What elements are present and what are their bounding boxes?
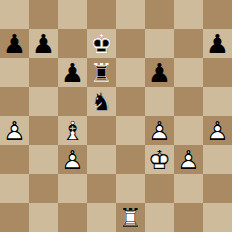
- square-h7[interactable]: ♟: [203, 29, 232, 58]
- square-a5[interactable]: [0, 87, 29, 116]
- square-h4[interactable]: ♟♙: [203, 116, 232, 145]
- square-h1[interactable]: [203, 203, 232, 232]
- black-king-outline: ♔: [87, 29, 116, 58]
- white-pawn-outline: ♙: [203, 116, 232, 145]
- white-pawn-glyph: ♟: [58, 145, 87, 174]
- white-pawn-glyph: ♟: [145, 116, 174, 145]
- black-rook[interactable]: ♜♖: [87, 58, 116, 87]
- black-king-glyph: ♚: [87, 29, 116, 58]
- square-b4[interactable]: [29, 116, 58, 145]
- white-king-outline: ♔: [145, 145, 174, 174]
- square-d7[interactable]: ♚♔: [87, 29, 116, 58]
- square-f7[interactable]: [145, 29, 174, 58]
- square-d8[interactable]: [87, 0, 116, 29]
- square-g8[interactable]: [174, 0, 203, 29]
- black-pawn-glyph: ♟: [58, 58, 87, 87]
- white-bishop[interactable]: ♝♗: [58, 116, 87, 145]
- black-rook-glyph: ♜: [87, 58, 116, 87]
- white-pawn-glyph: ♟: [203, 116, 232, 145]
- square-a8[interactable]: [0, 0, 29, 29]
- square-d6[interactable]: ♜♖: [87, 58, 116, 87]
- square-g3[interactable]: ♟♙: [174, 145, 203, 174]
- white-rook[interactable]: ♜♖: [116, 203, 145, 232]
- white-pawn-glyph: ♟: [174, 145, 203, 174]
- square-g5[interactable]: [174, 87, 203, 116]
- white-pawn-outline: ♙: [58, 145, 87, 174]
- square-b2[interactable]: [29, 174, 58, 203]
- white-king[interactable]: ♚♔: [145, 145, 174, 174]
- square-b5[interactable]: [29, 87, 58, 116]
- square-e4[interactable]: [116, 116, 145, 145]
- white-pawn[interactable]: ♟♙: [203, 116, 232, 145]
- black-pawn[interactable]: ♟: [0, 29, 29, 58]
- square-b3[interactable]: [29, 145, 58, 174]
- square-d4[interactable]: [87, 116, 116, 145]
- white-pawn-glyph: ♟: [0, 116, 29, 145]
- black-pawn-glyph: ♟: [0, 29, 29, 58]
- square-f1[interactable]: [145, 203, 174, 232]
- square-f2[interactable]: [145, 174, 174, 203]
- square-g7[interactable]: [174, 29, 203, 58]
- square-d2[interactable]: [87, 174, 116, 203]
- square-c2[interactable]: [58, 174, 87, 203]
- square-b7[interactable]: ♟: [29, 29, 58, 58]
- square-a4[interactable]: ♟♙: [0, 116, 29, 145]
- square-c5[interactable]: [58, 87, 87, 116]
- square-a2[interactable]: [0, 174, 29, 203]
- square-c6[interactable]: ♟: [58, 58, 87, 87]
- square-b1[interactable]: [29, 203, 58, 232]
- white-pawn-outline: ♙: [145, 116, 174, 145]
- white-bishop-glyph: ♝: [58, 116, 87, 145]
- white-rook-outline: ♖: [116, 203, 145, 232]
- square-d1[interactable]: [87, 203, 116, 232]
- white-king-glyph: ♚: [145, 145, 174, 174]
- square-c3[interactable]: ♟♙: [58, 145, 87, 174]
- square-g2[interactable]: [174, 174, 203, 203]
- square-h8[interactable]: [203, 0, 232, 29]
- white-pawn[interactable]: ♟♙: [58, 145, 87, 174]
- black-pawn[interactable]: ♟: [58, 58, 87, 87]
- square-a7[interactable]: ♟: [0, 29, 29, 58]
- square-a1[interactable]: [0, 203, 29, 232]
- white-pawn-outline: ♙: [0, 116, 29, 145]
- square-c7[interactable]: [58, 29, 87, 58]
- white-pawn[interactable]: ♟♙: [0, 116, 29, 145]
- square-g1[interactable]: [174, 203, 203, 232]
- black-king[interactable]: ♚♔: [87, 29, 116, 58]
- black-knight-glyph: ♞: [87, 87, 116, 116]
- square-e6[interactable]: [116, 58, 145, 87]
- square-f4[interactable]: ♟♙: [145, 116, 174, 145]
- square-f6[interactable]: ♟: [145, 58, 174, 87]
- square-e3[interactable]: [116, 145, 145, 174]
- black-pawn[interactable]: ♟: [203, 29, 232, 58]
- square-c8[interactable]: [58, 0, 87, 29]
- square-b8[interactable]: [29, 0, 58, 29]
- square-h3[interactable]: [203, 145, 232, 174]
- black-knight[interactable]: ♞♘: [87, 87, 116, 116]
- white-pawn-outline: ♙: [174, 145, 203, 174]
- black-pawn[interactable]: ♟: [145, 58, 174, 87]
- square-h6[interactable]: [203, 58, 232, 87]
- square-h5[interactable]: [203, 87, 232, 116]
- square-e8[interactable]: [116, 0, 145, 29]
- square-f8[interactable]: [145, 0, 174, 29]
- square-a3[interactable]: [0, 145, 29, 174]
- square-h2[interactable]: [203, 174, 232, 203]
- square-g6[interactable]: [174, 58, 203, 87]
- square-e5[interactable]: [116, 87, 145, 116]
- white-bishop-outline: ♗: [58, 116, 87, 145]
- square-e2[interactable]: [116, 174, 145, 203]
- square-f3[interactable]: ♚♔: [145, 145, 174, 174]
- square-c1[interactable]: [58, 203, 87, 232]
- square-d3[interactable]: [87, 145, 116, 174]
- black-pawn-glyph: ♟: [145, 58, 174, 87]
- white-pawn[interactable]: ♟♙: [174, 145, 203, 174]
- black-rook-outline: ♖: [87, 58, 116, 87]
- black-knight-outline: ♘: [87, 87, 116, 116]
- black-pawn-glyph: ♟: [29, 29, 58, 58]
- square-c4[interactable]: ♝♗: [58, 116, 87, 145]
- black-pawn-glyph: ♟: [203, 29, 232, 58]
- square-b6[interactable]: [29, 58, 58, 87]
- square-e1[interactable]: ♜♖: [116, 203, 145, 232]
- square-g4[interactable]: [174, 116, 203, 145]
- square-a6[interactable]: [0, 58, 29, 87]
- white-pawn[interactable]: ♟♙: [145, 116, 174, 145]
- white-rook-glyph: ♜: [116, 203, 145, 232]
- square-d5[interactable]: ♞♘: [87, 87, 116, 116]
- square-f5[interactable]: [145, 87, 174, 116]
- black-pawn[interactable]: ♟: [29, 29, 58, 58]
- chess-board: ♟♟♚♔♟♟♜♖♟♞♘♟♙♝♗♟♙♟♙♟♙♚♔♟♙♜♖: [0, 0, 232, 232]
- square-e7[interactable]: [116, 29, 145, 58]
